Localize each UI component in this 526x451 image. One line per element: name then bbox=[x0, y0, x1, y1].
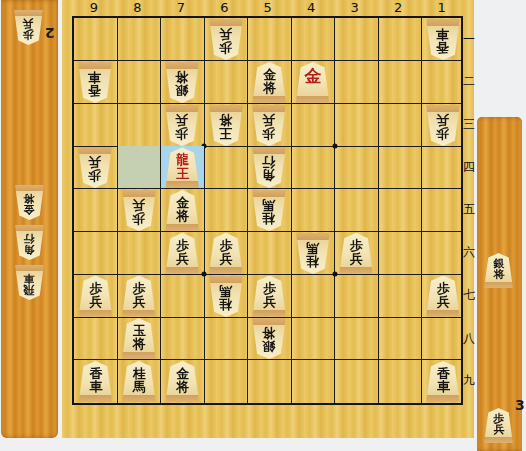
koma-char: 桂 bbox=[307, 255, 319, 268]
koma-char: 金 bbox=[263, 68, 275, 81]
koma-char: 歩 bbox=[89, 169, 101, 182]
koma-char: 金 bbox=[25, 204, 35, 215]
koma-char: 馬 bbox=[307, 241, 319, 254]
koma-char: 兵 bbox=[133, 199, 145, 212]
koma-char: 将 bbox=[176, 380, 188, 393]
koma-5d[interactable]: 角行 bbox=[251, 147, 287, 188]
koma-char: 金 bbox=[176, 367, 188, 380]
koma-8g[interactable]: 歩兵 bbox=[121, 276, 157, 317]
grid-line bbox=[247, 18, 248, 403]
koma-char: 兵 bbox=[494, 424, 504, 435]
star-point bbox=[332, 144, 337, 149]
koma-char: 馬 bbox=[220, 284, 232, 297]
rank-label-3: 三 bbox=[463, 116, 475, 133]
rank-label-7: 七 bbox=[463, 287, 475, 304]
koma-char: 香 bbox=[437, 367, 449, 380]
koma-7c[interactable]: 歩兵 bbox=[164, 105, 200, 146]
koma-char: 行 bbox=[25, 233, 35, 244]
koma-char: 王 bbox=[220, 126, 232, 139]
hand-gote-金将[interactable]: 金将 bbox=[14, 185, 45, 220]
file-label-1: 1 bbox=[420, 0, 464, 15]
hand-sente-歩兵[interactable]: 歩兵 bbox=[483, 408, 514, 443]
koma-char: 車 bbox=[437, 380, 449, 393]
koma-char: 馬 bbox=[133, 380, 145, 393]
grid-line bbox=[74, 188, 461, 189]
koma-char: 歩 bbox=[89, 282, 101, 295]
koma-char: 兵 bbox=[437, 113, 449, 126]
koma-3f[interactable]: 歩兵 bbox=[338, 233, 374, 274]
file-label-7: 7 bbox=[159, 0, 203, 15]
grid-line bbox=[74, 274, 461, 275]
grid-line bbox=[74, 231, 461, 232]
koma-1g[interactable]: 歩兵 bbox=[425, 276, 461, 317]
koma-char: 馬 bbox=[263, 199, 275, 212]
koma-5g[interactable]: 歩兵 bbox=[251, 276, 287, 317]
koma-char: 将 bbox=[25, 193, 35, 204]
grid-line bbox=[204, 18, 205, 403]
grid-line bbox=[74, 60, 461, 61]
koma-7e[interactable]: 金将 bbox=[164, 190, 200, 231]
koma-char: 将 bbox=[133, 337, 145, 350]
koma-char: 桂 bbox=[263, 212, 275, 225]
koma-1a[interactable]: 香車 bbox=[425, 19, 461, 60]
shogi-app: { "game": "shogi", "position": { "sfen":… bbox=[0, 0, 526, 451]
koma-char: 銀 bbox=[176, 84, 188, 97]
highlight-square-8d[interactable] bbox=[118, 146, 160, 188]
koma-1c[interactable]: 歩兵 bbox=[425, 105, 461, 146]
gote-captured-stand: 歩兵2金将角行飛車 bbox=[1, 0, 58, 438]
hand-gote-歩兵[interactable]: 歩兵 bbox=[13, 10, 44, 45]
koma-char: 金 bbox=[305, 68, 321, 85]
koma-char: 兵 bbox=[89, 295, 101, 308]
hand-count-gote: 2 bbox=[45, 26, 55, 40]
hand-sente-銀将[interactable]: 銀将 bbox=[483, 253, 514, 288]
koma-char: 兵 bbox=[176, 252, 188, 265]
file-label-4: 4 bbox=[289, 0, 333, 15]
koma-5e[interactable]: 桂馬 bbox=[251, 190, 287, 231]
rank-label-9: 九 bbox=[463, 372, 475, 389]
koma-char: 歩 bbox=[220, 41, 232, 54]
file-label-8: 8 bbox=[115, 0, 159, 15]
koma-char: 香 bbox=[89, 367, 101, 380]
koma-7i[interactable]: 金将 bbox=[164, 361, 200, 402]
koma-8i[interactable]: 桂馬 bbox=[121, 361, 157, 402]
grid-line bbox=[74, 359, 461, 360]
koma-char: 将 bbox=[176, 209, 188, 222]
koma-char: 歩 bbox=[350, 239, 362, 252]
star-point bbox=[202, 272, 207, 277]
koma-char: 王 bbox=[176, 167, 188, 180]
koma-char: 車 bbox=[25, 273, 35, 284]
rank-label-2: 二 bbox=[463, 73, 475, 90]
file-label-9: 9 bbox=[72, 0, 116, 15]
rank-label-5: 五 bbox=[463, 201, 475, 218]
koma-char: 兵 bbox=[263, 113, 275, 126]
koma-char: 歩 bbox=[437, 282, 449, 295]
hand-count-sente: 3 bbox=[515, 398, 525, 412]
koma-6f[interactable]: 歩兵 bbox=[208, 233, 244, 274]
koma-8h[interactable]: 玉将 bbox=[121, 318, 157, 359]
koma-char: 桂 bbox=[133, 367, 145, 380]
hand-gote-角行[interactable]: 角行 bbox=[14, 225, 45, 260]
grid-line bbox=[74, 317, 461, 318]
grid-line bbox=[334, 18, 335, 403]
koma-9g[interactable]: 歩兵 bbox=[77, 276, 113, 317]
koma-6c[interactable]: 王将 bbox=[208, 105, 244, 146]
koma-char: 車 bbox=[437, 28, 449, 41]
koma-char: 兵 bbox=[133, 295, 145, 308]
koma-char: 角 bbox=[263, 169, 275, 182]
koma-char: 将 bbox=[176, 70, 188, 83]
rank-label-1: 一 bbox=[463, 31, 475, 48]
koma-char: 兵 bbox=[24, 18, 34, 29]
shogi-board[interactable]: 歩兵香車香車銀将金将金歩兵王将歩兵歩兵歩兵龍王角行歩兵金将桂馬歩兵歩兵桂馬歩兵歩… bbox=[72, 16, 463, 405]
koma-4b[interactable]: 金 bbox=[295, 62, 331, 103]
koma-char: 将 bbox=[263, 327, 275, 340]
file-label-5: 5 bbox=[246, 0, 290, 15]
file-label-2: 2 bbox=[376, 0, 420, 15]
koma-char: 銀 bbox=[263, 340, 275, 353]
koma-char: 龍 bbox=[176, 153, 188, 166]
koma-7b[interactable]: 銀将 bbox=[164, 62, 200, 103]
koma-char: 車 bbox=[89, 70, 101, 83]
file-label-3: 3 bbox=[333, 0, 377, 15]
koma-char: 兵 bbox=[220, 28, 232, 41]
grid-line bbox=[117, 18, 118, 403]
grid-line bbox=[291, 18, 292, 403]
grid-line bbox=[160, 18, 161, 403]
rank-label-4: 四 bbox=[463, 159, 475, 176]
koma-5c[interactable]: 歩兵 bbox=[251, 105, 287, 146]
koma-char: 香 bbox=[89, 84, 101, 97]
hand-gote-飛車[interactable]: 飛車 bbox=[14, 265, 45, 300]
rank-label-8: 八 bbox=[463, 330, 475, 347]
koma-char: 兵 bbox=[220, 252, 232, 265]
koma-char: 歩 bbox=[133, 212, 145, 225]
sente-captured-stand: 銀将歩兵3 bbox=[477, 117, 522, 451]
koma-char: 兵 bbox=[350, 252, 362, 265]
koma-char: 将 bbox=[220, 113, 232, 126]
koma-char: 香 bbox=[437, 41, 449, 54]
koma-4f[interactable]: 桂馬 bbox=[295, 233, 331, 274]
koma-9d[interactable]: 歩兵 bbox=[77, 147, 113, 188]
rank-label-6: 六 bbox=[463, 244, 475, 261]
koma-char: 歩 bbox=[176, 126, 188, 139]
koma-9b[interactable]: 香車 bbox=[77, 62, 113, 103]
koma-char: 歩 bbox=[263, 126, 275, 139]
koma-char: 将 bbox=[263, 81, 275, 94]
koma-5b[interactable]: 金将 bbox=[251, 62, 287, 103]
koma-6a[interactable]: 歩兵 bbox=[208, 19, 244, 60]
koma-char: 兵 bbox=[176, 113, 188, 126]
koma-char: 桂 bbox=[220, 297, 232, 310]
koma-char: 兵 bbox=[263, 295, 275, 308]
koma-8e[interactable]: 歩兵 bbox=[121, 190, 157, 231]
koma-6g[interactable]: 桂馬 bbox=[208, 276, 244, 317]
grid-line bbox=[74, 103, 461, 104]
koma-char: 兵 bbox=[89, 156, 101, 169]
koma-char: 歩 bbox=[220, 239, 232, 252]
koma-char: 歩 bbox=[176, 239, 188, 252]
koma-7f[interactable]: 歩兵 bbox=[164, 233, 200, 274]
koma-char: 将 bbox=[494, 269, 504, 280]
koma-char: 飛 bbox=[25, 284, 35, 295]
grid-line bbox=[378, 18, 379, 403]
grid-line bbox=[421, 18, 422, 403]
koma-char: 歩 bbox=[24, 29, 34, 40]
koma-char: 行 bbox=[263, 156, 275, 169]
koma-char: 車 bbox=[89, 380, 101, 393]
koma-1i[interactable]: 香車 bbox=[425, 361, 461, 402]
file-label-6: 6 bbox=[202, 0, 246, 15]
board-panel: 歩兵香車香車銀将金将金歩兵王将歩兵歩兵歩兵龍王角行歩兵金将桂馬歩兵歩兵桂馬歩兵歩… bbox=[62, 0, 474, 438]
koma-char: 歩 bbox=[263, 282, 275, 295]
koma-char: 歩 bbox=[133, 282, 145, 295]
koma-9i[interactable]: 香車 bbox=[77, 361, 113, 402]
koma-char: 角 bbox=[25, 244, 35, 255]
koma-char: 玉 bbox=[133, 324, 145, 337]
star-point bbox=[332, 272, 337, 277]
koma-char: 兵 bbox=[437, 295, 449, 308]
koma-char: 金 bbox=[176, 196, 188, 209]
koma-char: 歩 bbox=[437, 126, 449, 139]
koma-5h[interactable]: 銀将 bbox=[251, 318, 287, 359]
